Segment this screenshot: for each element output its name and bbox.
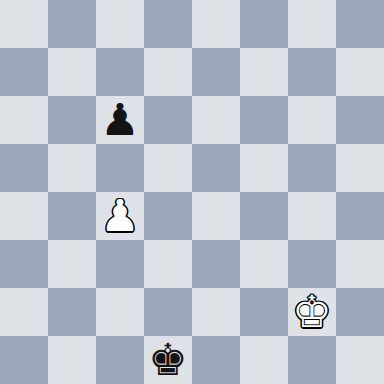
square-e4[interactable] <box>192 192 240 240</box>
square-e7[interactable] <box>192 48 240 96</box>
square-h2[interactable] <box>336 288 384 336</box>
square-c2[interactable] <box>96 288 144 336</box>
square-a2[interactable] <box>0 288 48 336</box>
white-pawn[interactable]: ♟ <box>100 192 139 240</box>
square-g4[interactable] <box>288 192 336 240</box>
square-h4[interactable] <box>336 192 384 240</box>
square-f7[interactable] <box>240 48 288 96</box>
square-a5[interactable] <box>0 144 48 192</box>
square-e6[interactable] <box>192 96 240 144</box>
square-d4[interactable] <box>144 192 192 240</box>
square-b5[interactable] <box>48 144 96 192</box>
square-f3[interactable] <box>240 240 288 288</box>
square-e1[interactable] <box>192 336 240 384</box>
square-e5[interactable] <box>192 144 240 192</box>
square-g7[interactable] <box>288 48 336 96</box>
square-d1[interactable]: ♚ <box>144 336 192 384</box>
square-h5[interactable] <box>336 144 384 192</box>
black-pawn[interactable]: ♟ <box>100 96 139 144</box>
square-g5[interactable] <box>288 144 336 192</box>
square-g3[interactable] <box>288 240 336 288</box>
square-a7[interactable] <box>0 48 48 96</box>
square-d2[interactable] <box>144 288 192 336</box>
square-e8[interactable] <box>192 0 240 48</box>
square-f1[interactable] <box>240 336 288 384</box>
square-f8[interactable] <box>240 0 288 48</box>
square-g8[interactable] <box>288 0 336 48</box>
square-b1[interactable] <box>48 336 96 384</box>
square-c7[interactable] <box>96 48 144 96</box>
square-f6[interactable] <box>240 96 288 144</box>
square-h3[interactable] <box>336 240 384 288</box>
square-a8[interactable] <box>0 0 48 48</box>
square-b2[interactable] <box>48 288 96 336</box>
white-king[interactable]: ♚ <box>292 288 331 336</box>
square-f2[interactable] <box>240 288 288 336</box>
square-b4[interactable] <box>48 192 96 240</box>
square-g2[interactable]: ♚ <box>288 288 336 336</box>
square-a6[interactable] <box>0 96 48 144</box>
chess-board: ♟♟♚♚ <box>0 0 384 384</box>
square-f5[interactable] <box>240 144 288 192</box>
square-b3[interactable] <box>48 240 96 288</box>
square-a3[interactable] <box>0 240 48 288</box>
square-c4[interactable]: ♟ <box>96 192 144 240</box>
square-b7[interactable] <box>48 48 96 96</box>
square-c5[interactable] <box>96 144 144 192</box>
square-a4[interactable] <box>0 192 48 240</box>
square-e2[interactable] <box>192 288 240 336</box>
black-king[interactable]: ♚ <box>148 336 187 384</box>
square-h8[interactable] <box>336 0 384 48</box>
square-a1[interactable] <box>0 336 48 384</box>
square-c6[interactable]: ♟ <box>96 96 144 144</box>
square-b6[interactable] <box>48 96 96 144</box>
square-g6[interactable] <box>288 96 336 144</box>
square-g1[interactable] <box>288 336 336 384</box>
square-f4[interactable] <box>240 192 288 240</box>
square-d6[interactable] <box>144 96 192 144</box>
square-d8[interactable] <box>144 0 192 48</box>
square-d3[interactable] <box>144 240 192 288</box>
square-b8[interactable] <box>48 0 96 48</box>
square-d5[interactable] <box>144 144 192 192</box>
square-c1[interactable] <box>96 336 144 384</box>
square-e3[interactable] <box>192 240 240 288</box>
square-h1[interactable] <box>336 336 384 384</box>
square-h6[interactable] <box>336 96 384 144</box>
square-h7[interactable] <box>336 48 384 96</box>
square-c3[interactable] <box>96 240 144 288</box>
square-c8[interactable] <box>96 0 144 48</box>
square-d7[interactable] <box>144 48 192 96</box>
